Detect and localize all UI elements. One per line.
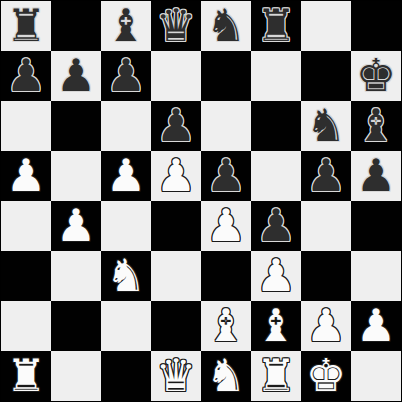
chess-board: ♜♝♛♞♜♟♟♟♚♟♞♝♟♟♟♟♟♟♟♟♟♞♟♝♝♟♟♜♛♞♜♚ — [0, 0, 402, 402]
square-b4[interactable]: ♟ — [51, 201, 101, 251]
black-knight: ♞ — [206, 1, 246, 51]
square-c3[interactable]: ♞ — [101, 251, 151, 301]
square-h2[interactable]: ♟ — [351, 301, 401, 351]
square-e2[interactable]: ♝ — [201, 301, 251, 351]
square-h7[interactable]: ♚ — [351, 51, 401, 101]
square-e5[interactable]: ♟ — [201, 151, 251, 201]
square-a2[interactable] — [1, 301, 51, 351]
black-bishop: ♝ — [106, 1, 146, 51]
square-a6[interactable] — [1, 101, 51, 151]
square-e8[interactable]: ♞ — [201, 1, 251, 51]
black-rook: ♜ — [6, 1, 46, 51]
square-e3[interactable] — [201, 251, 251, 301]
black-rook: ♜ — [256, 1, 296, 51]
square-d6[interactable]: ♟ — [151, 101, 201, 151]
square-d8[interactable]: ♛ — [151, 1, 201, 51]
square-b3[interactable] — [51, 251, 101, 301]
black-king: ♚ — [356, 51, 396, 101]
square-b1[interactable] — [51, 351, 101, 401]
white-pawn: ♟ — [206, 201, 246, 251]
square-g7[interactable] — [301, 51, 351, 101]
square-e4[interactable]: ♟ — [201, 201, 251, 251]
black-pawn: ♟ — [106, 51, 146, 101]
black-pawn: ♟ — [256, 201, 296, 251]
black-pawn: ♟ — [56, 51, 96, 101]
white-pawn: ♟ — [6, 151, 46, 201]
square-f4[interactable]: ♟ — [251, 201, 301, 251]
square-c1[interactable] — [101, 351, 151, 401]
square-d4[interactable] — [151, 201, 201, 251]
white-rook: ♜ — [6, 351, 46, 401]
white-rook: ♜ — [256, 351, 296, 401]
square-b6[interactable] — [51, 101, 101, 151]
black-pawn: ♟ — [156, 101, 196, 151]
square-c4[interactable] — [101, 201, 151, 251]
white-bishop: ♝ — [206, 301, 246, 351]
square-c2[interactable] — [101, 301, 151, 351]
square-a8[interactable]: ♜ — [1, 1, 51, 51]
white-pawn: ♟ — [56, 201, 96, 251]
square-e1[interactable]: ♞ — [201, 351, 251, 401]
square-f3[interactable]: ♟ — [251, 251, 301, 301]
square-h3[interactable] — [351, 251, 401, 301]
black-pawn: ♟ — [306, 151, 346, 201]
square-h8[interactable] — [351, 1, 401, 51]
white-knight: ♞ — [106, 251, 146, 301]
square-a3[interactable] — [1, 251, 51, 301]
square-d5[interactable]: ♟ — [151, 151, 201, 201]
black-bishop: ♝ — [356, 101, 396, 151]
square-e6[interactable] — [201, 101, 251, 151]
square-f8[interactable]: ♜ — [251, 1, 301, 51]
white-pawn: ♟ — [156, 151, 196, 201]
square-d2[interactable] — [151, 301, 201, 351]
square-f6[interactable] — [251, 101, 301, 151]
square-b7[interactable]: ♟ — [51, 51, 101, 101]
square-g8[interactable] — [301, 1, 351, 51]
black-pawn: ♟ — [356, 151, 396, 201]
square-b8[interactable] — [51, 1, 101, 51]
square-f1[interactable]: ♜ — [251, 351, 301, 401]
square-c8[interactable]: ♝ — [101, 1, 151, 51]
square-h1[interactable] — [351, 351, 401, 401]
square-f7[interactable] — [251, 51, 301, 101]
square-g5[interactable]: ♟ — [301, 151, 351, 201]
black-pawn: ♟ — [206, 151, 246, 201]
white-knight: ♞ — [206, 351, 246, 401]
square-g3[interactable] — [301, 251, 351, 301]
square-a1[interactable]: ♜ — [1, 351, 51, 401]
square-a7[interactable]: ♟ — [1, 51, 51, 101]
square-a4[interactable] — [1, 201, 51, 251]
square-d7[interactable] — [151, 51, 201, 101]
square-h6[interactable]: ♝ — [351, 101, 401, 151]
white-pawn: ♟ — [106, 151, 146, 201]
square-h5[interactable]: ♟ — [351, 151, 401, 201]
white-bishop: ♝ — [256, 301, 296, 351]
square-f2[interactable]: ♝ — [251, 301, 301, 351]
square-c7[interactable]: ♟ — [101, 51, 151, 101]
black-knight: ♞ — [306, 101, 346, 151]
square-g2[interactable]: ♟ — [301, 301, 351, 351]
square-d1[interactable]: ♛ — [151, 351, 201, 401]
square-b5[interactable] — [51, 151, 101, 201]
white-queen: ♛ — [156, 351, 196, 401]
square-c5[interactable]: ♟ — [101, 151, 151, 201]
black-pawn: ♟ — [6, 51, 46, 101]
white-pawn: ♟ — [306, 301, 346, 351]
square-g6[interactable]: ♞ — [301, 101, 351, 151]
square-d3[interactable] — [151, 251, 201, 301]
square-g1[interactable]: ♚ — [301, 351, 351, 401]
white-pawn: ♟ — [256, 251, 296, 301]
square-a5[interactable]: ♟ — [1, 151, 51, 201]
square-h4[interactable] — [351, 201, 401, 251]
square-b2[interactable] — [51, 301, 101, 351]
black-queen: ♛ — [156, 1, 196, 51]
white-king: ♚ — [306, 351, 346, 401]
square-g4[interactable] — [301, 201, 351, 251]
square-e7[interactable] — [201, 51, 251, 101]
white-pawn: ♟ — [356, 301, 396, 351]
square-c6[interactable] — [101, 101, 151, 151]
square-f5[interactable] — [251, 151, 301, 201]
